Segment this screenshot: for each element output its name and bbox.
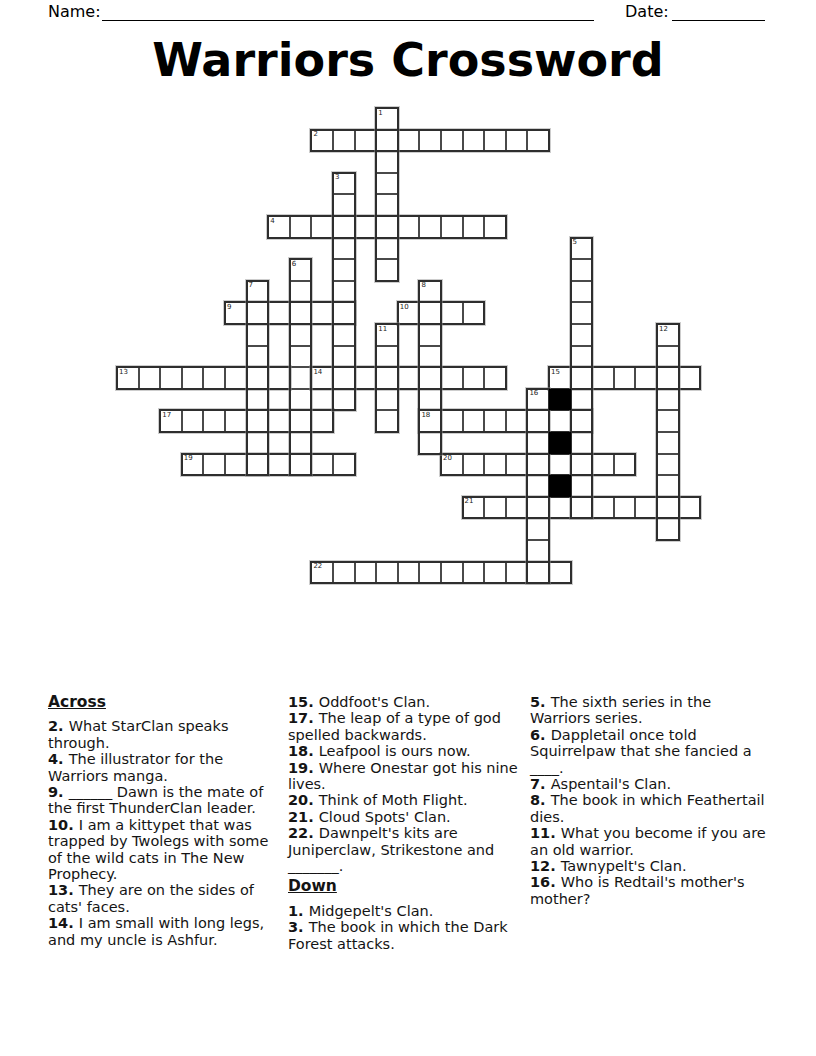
cell-r13c14[interactable] [419, 389, 441, 411]
cell-r11c10[interactable] [333, 346, 355, 368]
cell-r21c16[interactable] [463, 562, 485, 584]
cell-r12c6[interactable] [247, 367, 269, 389]
cell-r2c12[interactable] [376, 151, 398, 173]
cell-r5c9[interactable] [311, 216, 333, 238]
cell-r10c12[interactable] [376, 324, 398, 346]
cell-r16c4[interactable] [203, 454, 225, 476]
clue-8: 8. The book in which Feathertail dies. [530, 792, 774, 825]
cell-r14c2[interactable] [160, 410, 182, 432]
name-blank-line [102, 0, 594, 21]
cell-r20c19[interactable] [527, 540, 549, 562]
cell-r16c20[interactable] [549, 454, 571, 476]
cell-r18c18[interactable] [506, 497, 528, 519]
cell-r21c10[interactable] [333, 562, 355, 584]
cell-r8c6[interactable] [247, 281, 269, 303]
cell-r10c6[interactable] [247, 324, 269, 346]
cell-r12c7[interactable] [268, 367, 290, 389]
cell-r14c20[interactable] [549, 410, 571, 432]
cell-r14c9[interactable] [311, 410, 333, 432]
cell-r14c3[interactable] [182, 410, 204, 432]
cell-r9c14[interactable] [419, 302, 441, 324]
cell-r9c13[interactable] [398, 302, 420, 324]
cell-r13c10[interactable] [333, 389, 355, 411]
cell-r10c14[interactable] [419, 324, 441, 346]
cell-r3c12[interactable] [376, 173, 398, 195]
cell-r12c22[interactable] [592, 367, 614, 389]
cell-r6c21[interactable] [571, 238, 593, 260]
cell-r21c15[interactable] [441, 562, 463, 584]
clue-22: 22. Dawnpelt's kits are Juniperclaw, Str… [288, 825, 528, 874]
clue-2: 2. What StarClan speaks through. [48, 718, 286, 751]
cell-r14c15[interactable] [441, 410, 463, 432]
cell-r12c25[interactable] [657, 367, 679, 389]
clue-3: 3. The book in which the Dark Forest att… [288, 919, 528, 952]
cell-r12c1[interactable] [139, 367, 161, 389]
cell-r16c9[interactable] [311, 454, 333, 476]
cell-r5c17[interactable] [484, 216, 506, 238]
clue-1: 1. Midgepelt's Clan. [288, 903, 528, 919]
cell-r14c8[interactable] [290, 410, 312, 432]
cell-r12c20[interactable] [549, 367, 571, 389]
cell-r3c10[interactable] [333, 173, 355, 195]
cell-r15c19[interactable] [527, 432, 549, 454]
clue-21: 21. Cloud Spots' Clan. [288, 809, 528, 825]
cell-r10c10[interactable] [333, 324, 355, 346]
cell-r16c19[interactable] [527, 454, 549, 476]
cell-r5c16[interactable] [463, 216, 485, 238]
black-cell-r13c20 [549, 389, 571, 411]
cell-r21c11[interactable] [355, 562, 377, 584]
cell-r1c17[interactable] [484, 130, 506, 152]
cell-r10c21[interactable] [571, 324, 593, 346]
cell-r16c6[interactable] [247, 454, 269, 476]
crossword-grid: 24910131415171819202122135678111216 [117, 108, 701, 584]
cell-r13c8[interactable] [290, 389, 312, 411]
cell-r12c8[interactable] [290, 367, 312, 389]
page-title: Warriors Crossword [0, 33, 816, 87]
clue-9: 9. ______ Dawn is the mate of the first … [48, 784, 286, 817]
clue-12: 12. Tawnypelt's Clan. [530, 858, 774, 874]
cell-r14c14[interactable] [419, 410, 441, 432]
cell-r0c12[interactable] [376, 108, 398, 130]
cell-r8c10[interactable] [333, 281, 355, 303]
black-cell-r15c20 [549, 432, 571, 454]
cell-r14c16[interactable] [463, 410, 485, 432]
clue-11: 11. What you become if you are an old wa… [530, 825, 774, 858]
clue-16: 16. Who is Redtail's mother's mother? [530, 874, 774, 907]
cell-r13c6[interactable] [247, 389, 269, 411]
cell-r14c17[interactable] [484, 410, 506, 432]
cell-r1c18[interactable] [506, 130, 528, 152]
cell-r8c14[interactable] [419, 281, 441, 303]
clues-column-down: 5. The sixth series in the Warriors seri… [530, 694, 774, 907]
cell-r12c10[interactable] [333, 367, 355, 389]
cell-r14c19[interactable] [527, 410, 549, 432]
cell-r6c10[interactable] [333, 238, 355, 260]
cell-r7c12[interactable] [376, 259, 398, 281]
cell-r19c19[interactable] [527, 518, 549, 540]
black-cell-r17c20 [549, 475, 571, 497]
cell-r9c7[interactable] [268, 302, 290, 324]
cell-r12c13[interactable] [398, 367, 420, 389]
cell-r9c16[interactable] [463, 302, 485, 324]
cell-r1c13[interactable] [398, 130, 420, 152]
clue-4: 4. The illustrator for the Warriors mang… [48, 751, 286, 784]
cell-r5c12[interactable] [376, 216, 398, 238]
cell-r18c19[interactable] [527, 497, 549, 519]
cell-r16c21[interactable] [571, 454, 593, 476]
cell-r15c6[interactable] [247, 432, 269, 454]
cell-r19c25[interactable] [657, 518, 679, 540]
cell-r21c18[interactable] [506, 562, 528, 584]
name-label: Name: [48, 2, 101, 21]
cell-r14c6[interactable] [247, 410, 269, 432]
worksheet-page: { "game": "crossword", "title": "Warrior… [0, 0, 816, 1056]
cell-r12c15[interactable] [441, 367, 463, 389]
cell-r17c25[interactable] [657, 475, 679, 497]
clue-18: 18. Leafpool is ours now. [288, 743, 528, 759]
clues-column-middle: 15. Oddfoot's Clan.17. The leap of a typ… [288, 694, 528, 952]
cell-r9c8[interactable] [290, 302, 312, 324]
cell-r4c10[interactable] [333, 194, 355, 216]
date-blank-line [672, 0, 765, 21]
cell-r12c24[interactable] [635, 367, 657, 389]
cell-r18c17[interactable] [484, 497, 506, 519]
cell-r5c10[interactable] [333, 216, 355, 238]
cell-r18c25[interactable] [657, 497, 679, 519]
cell-r12c14[interactable] [419, 367, 441, 389]
clue-17: 17. The leap of a type of god spelled ba… [288, 710, 528, 743]
cell-r7c21[interactable] [571, 259, 593, 281]
cell-r9c9[interactable] [311, 302, 333, 324]
cell-r12c11[interactable] [355, 367, 377, 389]
cell-r5c15[interactable] [441, 216, 463, 238]
cell-r12c21[interactable] [571, 367, 593, 389]
cell-r1c15[interactable] [441, 130, 463, 152]
clue-5: 5. The sixth series in the Warriors seri… [530, 694, 774, 727]
cell-r1c16[interactable] [463, 130, 485, 152]
cell-r12c4[interactable] [203, 367, 225, 389]
cell-r12c5[interactable] [225, 367, 247, 389]
cell-r1c11[interactable] [355, 130, 377, 152]
cell-r8c8[interactable] [290, 281, 312, 303]
cell-r18c16[interactable] [463, 497, 485, 519]
cell-r16c8[interactable] [290, 454, 312, 476]
cell-r18c24[interactable] [635, 497, 657, 519]
clue-19: 19. Where Onestar got his nine lives. [288, 760, 528, 793]
cell-r12c12[interactable] [376, 367, 398, 389]
cell-r18c22[interactable] [592, 497, 614, 519]
cell-r14c7[interactable] [268, 410, 290, 432]
cell-r15c25[interactable] [657, 432, 679, 454]
cell-r15c8[interactable] [290, 432, 312, 454]
cell-r7c10[interactable] [333, 259, 355, 281]
cell-r12c17[interactable] [484, 367, 506, 389]
cell-r21c9[interactable] [311, 562, 333, 584]
cell-r21c17[interactable] [484, 562, 506, 584]
cell-r5c11[interactable] [355, 216, 377, 238]
cell-r14c12[interactable] [376, 410, 398, 432]
cell-r1c19[interactable] [527, 130, 549, 152]
clue-10: 10. I am a kittypet that was trapped by … [48, 817, 286, 883]
cell-r12c0[interactable] [117, 367, 139, 389]
cell-r12c23[interactable] [614, 367, 636, 389]
cell-r16c15[interactable] [441, 454, 463, 476]
cell-r14c5[interactable] [225, 410, 247, 432]
cell-r13c25[interactable] [657, 389, 679, 411]
date-label: Date: [625, 2, 669, 21]
cell-r1c9[interactable] [311, 130, 333, 152]
cell-r17c21[interactable] [571, 475, 593, 497]
cell-r21c19[interactable] [527, 562, 549, 584]
cell-r14c18[interactable] [506, 410, 528, 432]
cell-r18c23[interactable] [614, 497, 636, 519]
cell-r12c26[interactable] [679, 367, 701, 389]
cell-r11c21[interactable] [571, 346, 593, 368]
cell-r1c14[interactable] [419, 130, 441, 152]
cell-r1c10[interactable] [333, 130, 355, 152]
cell-r16c5[interactable] [225, 454, 247, 476]
cell-r9c15[interactable] [441, 302, 463, 324]
clues-column-across: Across2. What StarClan speaks through.4.… [48, 694, 286, 948]
cell-r17c19[interactable] [527, 475, 549, 497]
clue-list-header-down: Down [288, 878, 528, 894]
cell-r14c4[interactable] [203, 410, 225, 432]
cell-r18c21[interactable] [571, 497, 593, 519]
cell-r16c25[interactable] [657, 454, 679, 476]
cell-r13c21[interactable] [571, 389, 593, 411]
cell-r5c14[interactable] [419, 216, 441, 238]
cell-r5c8[interactable] [290, 216, 312, 238]
cell-r18c20[interactable] [549, 497, 571, 519]
cell-r10c25[interactable] [657, 324, 679, 346]
cell-r14c21[interactable] [571, 410, 593, 432]
cell-r10c8[interactable] [290, 324, 312, 346]
cell-r11c6[interactable] [247, 346, 269, 368]
cell-r16c22[interactable] [592, 454, 614, 476]
cell-r5c7[interactable] [268, 216, 290, 238]
cell-r16c7[interactable] [268, 454, 290, 476]
clue-15: 15. Oddfoot's Clan. [288, 694, 528, 710]
cell-r21c12[interactable] [376, 562, 398, 584]
clue-20: 20. Think of Moth Flight. [288, 792, 528, 808]
cell-r9c5[interactable] [225, 302, 247, 324]
cell-r8c21[interactable] [571, 281, 593, 303]
cell-r21c20[interactable] [549, 562, 571, 584]
cell-r4c12[interactable] [376, 194, 398, 216]
cell-r16c17[interactable] [484, 454, 506, 476]
clue-13: 13. They are on the sides of cats' faces… [48, 882, 286, 915]
cell-r7c8[interactable] [290, 259, 312, 281]
cell-r21c13[interactable] [398, 562, 420, 584]
cell-r9c6[interactable] [247, 302, 269, 324]
cell-r13c19[interactable] [527, 389, 549, 411]
cell-r9c10[interactable] [333, 302, 355, 324]
cell-r12c16[interactable] [463, 367, 485, 389]
cell-r12c2[interactable] [160, 367, 182, 389]
cell-r15c21[interactable] [571, 432, 593, 454]
cell-r14c25[interactable] [657, 410, 679, 432]
cell-r16c18[interactable] [506, 454, 528, 476]
clue-list-header-across: Across [48, 694, 286, 710]
clue-6: 6. Dappletail once told Squirrelpaw that… [530, 727, 774, 776]
cell-r15c14[interactable] [419, 432, 441, 454]
cell-r9c21[interactable] [571, 302, 593, 324]
cell-r16c16[interactable] [463, 454, 485, 476]
cell-r21c14[interactable] [419, 562, 441, 584]
cell-r11c12[interactable] [376, 346, 398, 368]
cell-r12c3[interactable] [182, 367, 204, 389]
clue-14: 14. I am small with long legs, and my un… [48, 915, 286, 948]
cell-r11c14[interactable] [419, 346, 441, 368]
cell-r16c10[interactable] [333, 454, 355, 476]
cell-r16c23[interactable] [614, 454, 636, 476]
cell-r11c25[interactable] [657, 346, 679, 368]
cell-r1c12[interactable] [376, 130, 398, 152]
cell-r16c3[interactable] [182, 454, 204, 476]
cell-r5c13[interactable] [398, 216, 420, 238]
cell-r13c12[interactable] [376, 389, 398, 411]
cell-r6c12[interactable] [376, 238, 398, 260]
cell-r18c26[interactable] [679, 497, 701, 519]
cell-r11c8[interactable] [290, 346, 312, 368]
cell-r12c9[interactable] [311, 367, 333, 389]
clue-7: 7. Aspentail's Clan. [530, 776, 774, 792]
